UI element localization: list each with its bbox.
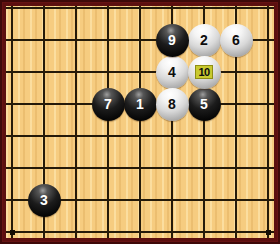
stone-black-5[interactable]: 5 <box>188 88 221 121</box>
stone-number: 5 <box>200 97 208 111</box>
board-dot-marker <box>266 230 271 235</box>
stone-number: 9 <box>168 33 176 47</box>
stone-number: 7 <box>104 97 112 111</box>
stone-number: 3 <box>40 193 48 207</box>
stone-white-2[interactable]: 2 <box>188 24 221 57</box>
grid-line-horizontal <box>6 7 274 9</box>
grid-line-horizontal <box>6 135 274 137</box>
stone-black-1[interactable]: 1 <box>124 88 157 121</box>
board-dot-marker <box>10 230 15 235</box>
stone-number: 6 <box>232 33 240 47</box>
stone-white-4[interactable]: 4 <box>156 56 189 89</box>
stone-black-7[interactable]: 7 <box>92 88 125 121</box>
stone-number: 1 <box>136 97 144 111</box>
grid-line-horizontal <box>6 231 274 233</box>
stone-black-3[interactable]: 3 <box>28 184 61 217</box>
board[interactable]: 12345678910 <box>6 6 274 238</box>
grid-line-horizontal <box>6 71 274 73</box>
grid-line-horizontal <box>6 167 274 169</box>
board-frame: 12345678910 <box>0 0 280 244</box>
stone-black-9[interactable]: 9 <box>156 24 189 57</box>
stone-number: 8 <box>168 97 176 111</box>
last-move-highlight: 10 <box>195 65 213 79</box>
stone-white-6[interactable]: 6 <box>220 24 253 57</box>
stone-number: 2 <box>200 33 208 47</box>
stone-white-10[interactable]: 10 <box>188 56 221 89</box>
stone-number: 4 <box>168 65 176 79</box>
stone-white-8[interactable]: 8 <box>156 88 189 121</box>
